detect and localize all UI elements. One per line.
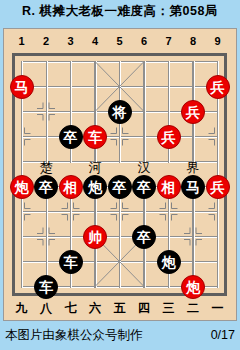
black-soldier[interactable]: 卒 bbox=[34, 175, 58, 199]
coord-label: 五 bbox=[114, 300, 126, 317]
coord-label: 6 bbox=[141, 35, 147, 47]
black-chariot[interactable]: 车 bbox=[59, 250, 83, 274]
black-horse[interactable]: 马 bbox=[181, 175, 205, 199]
red-elephant[interactable]: 相 bbox=[157, 175, 181, 199]
board-grid-bottom bbox=[21, 186, 219, 288]
puzzle-title: R. 棋摊大老板一难度高：第058局 bbox=[0, 3, 240, 20]
red-general[interactable]: 帅 bbox=[83, 225, 107, 249]
progress-counter: 0/17 bbox=[211, 328, 235, 342]
red-soldier[interactable]: 兵 bbox=[206, 175, 230, 199]
coord-label: 2 bbox=[43, 35, 49, 47]
coord-label: 二 bbox=[187, 300, 199, 317]
coord-label: 7 bbox=[165, 35, 171, 47]
red-elephant[interactable]: 相 bbox=[59, 175, 83, 199]
coord-label: 一 bbox=[212, 300, 224, 317]
red-cannon[interactable]: 炮 bbox=[10, 175, 34, 199]
coord-label: 七 bbox=[65, 300, 77, 317]
black-chariot[interactable]: 车 bbox=[34, 275, 58, 299]
red-chariot[interactable]: 车 bbox=[83, 125, 107, 149]
black-soldier[interactable]: 卒 bbox=[59, 125, 83, 149]
coord-label: 八 bbox=[40, 300, 52, 317]
red-soldier[interactable]: 兵 bbox=[157, 125, 181, 149]
red-soldier[interactable]: 兵 bbox=[181, 100, 205, 124]
black-cannon[interactable]: 炮 bbox=[157, 250, 181, 274]
board-panel: 123456789 楚河汉界 马兵将兵卒车兵炮卒相炮卒卒相马兵帅卒车炮车炮 九八… bbox=[3, 28, 237, 321]
coord-label: 三 bbox=[163, 300, 175, 317]
coord-label: 8 bbox=[190, 35, 196, 47]
red-horse[interactable]: 马 bbox=[10, 75, 34, 99]
black-soldier[interactable]: 卒 bbox=[108, 175, 132, 199]
coord-label: 4 bbox=[92, 35, 98, 47]
coord-label: 1 bbox=[18, 35, 24, 47]
black-general[interactable]: 将 bbox=[108, 100, 132, 124]
coord-label: 九 bbox=[16, 300, 28, 317]
coord-label: 3 bbox=[67, 35, 73, 47]
coord-label: 四 bbox=[138, 300, 150, 317]
coord-label: 5 bbox=[116, 35, 122, 47]
status-bar: 本图片由象棋公众号制作 0/17 bbox=[0, 322, 240, 348]
coord-label: 六 bbox=[89, 300, 101, 317]
black-soldier[interactable]: 卒 bbox=[132, 225, 156, 249]
credit-text: 本图片由象棋公众号制作 bbox=[5, 327, 143, 344]
red-soldier[interactable]: 兵 bbox=[206, 75, 230, 99]
coord-label: 9 bbox=[214, 35, 220, 47]
red-cannon[interactable]: 炮 bbox=[181, 275, 205, 299]
black-soldier[interactable]: 卒 bbox=[132, 175, 156, 199]
black-cannon[interactable]: 炮 bbox=[83, 175, 107, 199]
app-window: R. 棋摊大老板一难度高：第058局 123456789 楚河汉界 马兵将兵卒车… bbox=[0, 0, 240, 350]
